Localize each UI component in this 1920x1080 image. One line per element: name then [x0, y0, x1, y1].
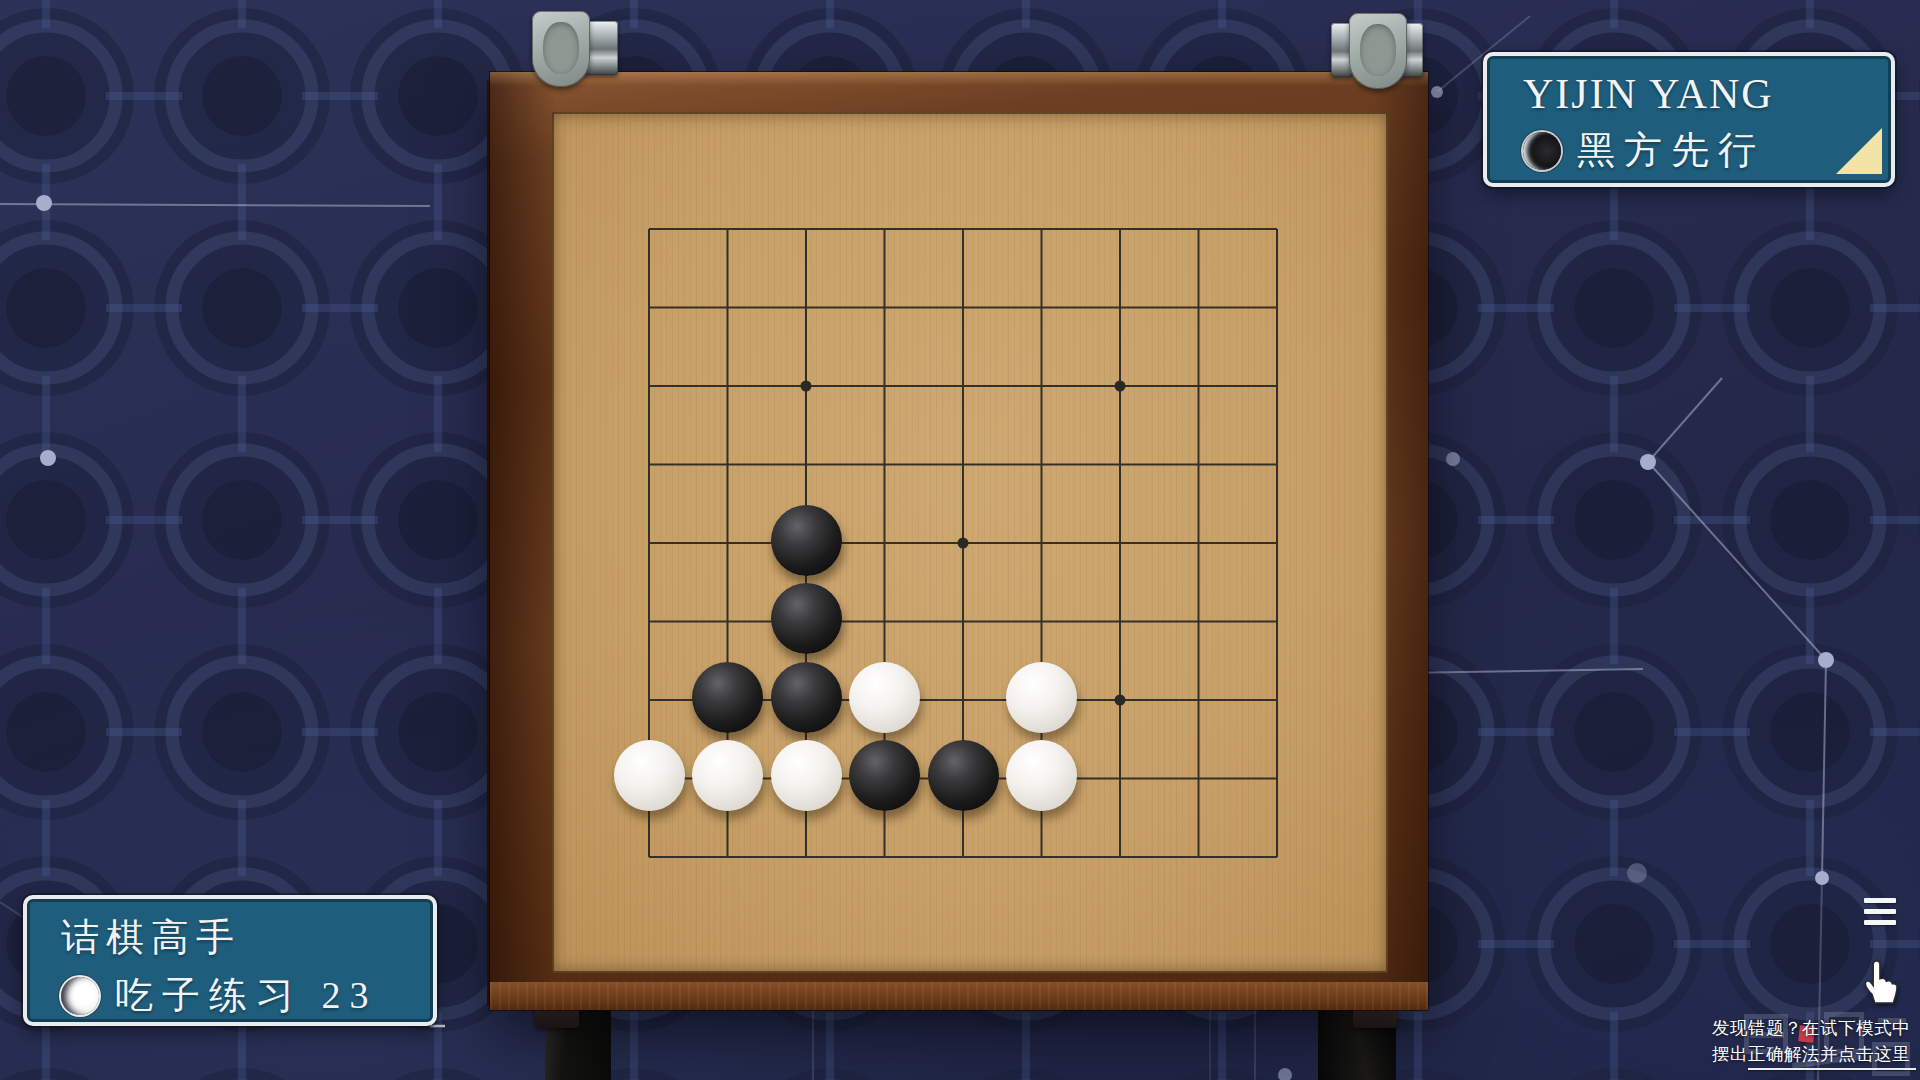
white-stone-icon — [61, 977, 99, 1015]
go-board[interactable] — [490, 72, 1428, 1010]
hamburger-icon — [1864, 898, 1896, 903]
black-stone-icon — [1523, 132, 1561, 170]
app-scene: YIJIN YANG 黑方先行 诘棋高手 吃子练习 23 发现错题？在试下模式中… — [0, 0, 1920, 1080]
help-line-1: 发现错题？在试下模式中 — [1712, 1015, 1906, 1041]
help-line-2-link[interactable]: 摆出正确解法并点击这里 — [1712, 1041, 1906, 1067]
black-stone[interactable] — [771, 505, 842, 576]
white-stone[interactable] — [1006, 740, 1077, 811]
board-grid[interactable] — [648, 228, 1278, 858]
black-stone[interactable] — [928, 740, 999, 811]
turn-indicator-label: 黑方先行 — [1577, 125, 1765, 176]
puzzle-subtitle: 吃子练习 23 — [115, 970, 378, 1021]
black-stone[interactable] — [849, 740, 920, 811]
puzzle-title: 诘棋高手 — [61, 912, 433, 963]
white-stone[interactable] — [1006, 662, 1077, 733]
board-clamp-right — [1335, 13, 1425, 89]
board-surface[interactable] — [552, 112, 1388, 973]
black-stone[interactable] — [771, 662, 842, 733]
puzzle-card: 诘棋高手 吃子练习 23 — [23, 895, 437, 1026]
white-stone[interactable] — [692, 740, 763, 811]
board-clamp-left — [530, 11, 620, 87]
player-name: YIJIN YANG — [1523, 70, 1891, 118]
black-stone[interactable] — [692, 662, 763, 733]
white-stone[interactable] — [614, 740, 685, 811]
player-card: YIJIN YANG 黑方先行 — [1483, 52, 1895, 187]
menu-button[interactable] — [1864, 898, 1896, 931]
black-stone[interactable] — [771, 583, 842, 654]
white-stone[interactable] — [771, 740, 842, 811]
board-frame-bottom-face — [490, 982, 1428, 1010]
white-stone[interactable] — [849, 662, 920, 733]
help-link-underline — [1748, 1068, 1916, 1070]
hand-cursor-icon — [1860, 957, 1900, 1005]
help-text[interactable]: 发现错题？在试下模式中 摆出正确解法并点击这里 — [1712, 1015, 1906, 1067]
card-corner-triangle — [1836, 128, 1882, 174]
